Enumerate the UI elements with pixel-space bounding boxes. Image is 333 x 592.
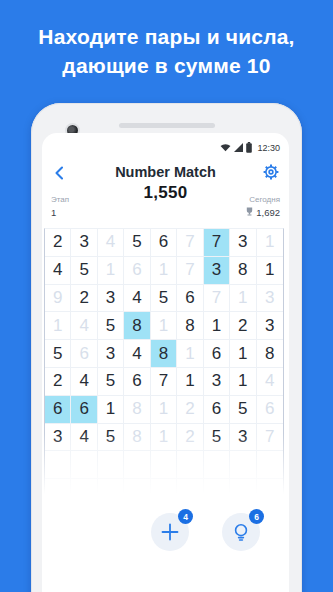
grid-cell[interactable]	[204, 451, 230, 479]
grid-cell[interactable]	[124, 451, 150, 479]
status-time: 12:30	[257, 143, 280, 153]
grid-cell[interactable]: 6	[204, 340, 230, 368]
grid-cell[interactable]: 8	[177, 312, 203, 340]
grid-cell[interactable]: 6	[204, 396, 230, 424]
grid-cell[interactable]: 4	[98, 229, 124, 257]
today-stat: Сегодня 1,692	[245, 195, 280, 218]
grid-cell[interactable]	[151, 479, 177, 507]
promo-title-line1: Находите пары и числа,	[0, 22, 333, 51]
promo-title: Находите пары и числа, дающие в сумме 10	[0, 22, 333, 80]
hint-button[interactable]: 6	[222, 513, 260, 551]
grid-cell[interactable]: 4	[124, 340, 150, 368]
grid-cell[interactable]: 6	[124, 368, 150, 396]
grid-cell[interactable]: 8	[124, 396, 150, 424]
add-numbers-button[interactable]: 4	[151, 513, 189, 551]
grid-cell[interactable]: 5	[230, 396, 256, 424]
grid-cell[interactable]: 3	[204, 368, 230, 396]
grid-cell[interactable]: 1	[230, 340, 256, 368]
grid-cell[interactable]: 2	[45, 368, 71, 396]
grid-cell[interactable]: 7	[204, 285, 230, 313]
grid-cell[interactable]: 1	[257, 229, 283, 257]
grid-cell[interactable]	[257, 479, 283, 507]
stage-label: Этап	[51, 195, 69, 204]
grid-cell[interactable]: 4	[71, 368, 97, 396]
grid-cell[interactable]	[45, 479, 71, 507]
grid-cell[interactable]	[71, 451, 97, 479]
grid-cell[interactable]	[230, 479, 256, 507]
grid-cell[interactable]: 6	[45, 396, 71, 424]
grid-cell[interactable]: 3	[204, 257, 230, 285]
grid-cell[interactable]: 1	[230, 368, 256, 396]
grid-cell[interactable]: 5	[98, 312, 124, 340]
add-button-badge: 4	[178, 509, 193, 524]
grid-cell[interactable]: 3	[98, 285, 124, 313]
lightbulb-icon	[231, 522, 251, 542]
battery-icon	[246, 142, 252, 153]
grid-cell[interactable]: 1	[98, 257, 124, 285]
grid-cell[interactable]: 8	[230, 257, 256, 285]
grid-cell[interactable]	[204, 479, 230, 507]
grid-cell[interactable]: 2	[45, 229, 71, 257]
grid-cell[interactable]: 4	[124, 285, 150, 313]
grid-cell[interactable]: 1	[257, 257, 283, 285]
grid-cell[interactable]: 6	[124, 257, 150, 285]
grid-cell[interactable]: 8	[124, 424, 150, 452]
grid-cell[interactable]: 7	[177, 229, 203, 257]
grid-cell[interactable]: 6	[71, 396, 97, 424]
grid-cell[interactable]	[98, 451, 124, 479]
grid-cell[interactable]: 4	[71, 424, 97, 452]
grid-cell[interactable]	[98, 479, 124, 507]
grid-cell[interactable]: 2	[177, 396, 203, 424]
cell-signal-icon	[234, 143, 243, 152]
grid-cell[interactable]: 5	[71, 257, 97, 285]
grid-cell[interactable]: 6	[257, 396, 283, 424]
grid-cell[interactable]: 1	[204, 312, 230, 340]
grid-cell[interactable]	[230, 451, 256, 479]
grid-cell[interactable]: 8	[151, 340, 177, 368]
today-value: 1,692	[256, 207, 280, 218]
grid-cell[interactable]: 5	[151, 285, 177, 313]
grid-cell[interactable]: 3	[257, 285, 283, 313]
grid-cell[interactable]: 3	[230, 424, 256, 452]
speaker-grille	[119, 123, 215, 128]
grid-cell[interactable]	[71, 479, 97, 507]
grid-cell[interactable]: 1	[151, 312, 177, 340]
status-bar: 12:30	[220, 142, 280, 153]
grid-cell[interactable]: 7	[151, 368, 177, 396]
grid-cell[interactable]: 9	[45, 285, 71, 313]
grid-cell[interactable]: 1	[151, 424, 177, 452]
trophy-icon	[245, 207, 254, 218]
grid-cell[interactable]	[257, 451, 283, 479]
grid-cell[interactable]	[151, 451, 177, 479]
hint-button-badge: 6	[249, 509, 264, 524]
grid-cell[interactable]	[177, 479, 203, 507]
grid-cell[interactable]: 7	[177, 257, 203, 285]
today-label: Сегодня	[245, 195, 280, 204]
grid-cell[interactable]: 3	[71, 229, 97, 257]
grid-cell[interactable]	[124, 479, 150, 507]
grid-cell[interactable]: 2	[71, 285, 97, 313]
grid-cell[interactable]: 6	[151, 229, 177, 257]
grid-cell[interactable]: 3	[45, 424, 71, 452]
grid-cell[interactable]: 3	[257, 312, 283, 340]
app-screenshot: Находите пары и числа, дающие в сумме 10…	[0, 0, 333, 592]
grid-cell[interactable]: 5	[98, 424, 124, 452]
grid-cell[interactable]: 1	[177, 340, 203, 368]
grid-cell[interactable]: 1	[230, 285, 256, 313]
grid-cell[interactable]: 4	[257, 368, 283, 396]
plus-icon	[160, 522, 180, 542]
grid-cell[interactable]: 1	[177, 368, 203, 396]
grid-cell[interactable]	[177, 451, 203, 479]
grid-cell[interactable]: 4	[45, 257, 71, 285]
grid-cell[interactable]: 7	[204, 229, 230, 257]
grid-cell[interactable]: 8	[257, 340, 283, 368]
number-grid: 2345677314516173819234567131458181235634…	[44, 228, 284, 507]
phone-mockup: 12:30 Number Match	[31, 103, 302, 592]
stage-value: 1	[51, 207, 69, 218]
grid-cell[interactable]: 8	[124, 312, 150, 340]
grid-cell[interactable]: 5	[98, 368, 124, 396]
app-title: Number Match	[42, 164, 289, 180]
grid-cell[interactable]: 2	[177, 424, 203, 452]
phone-screen: 12:30 Number Match	[42, 133, 289, 592]
grid-cell[interactable]: 1	[98, 396, 124, 424]
wifi-icon	[220, 143, 231, 152]
grid-cell[interactable]: 7	[257, 424, 283, 452]
settings-button[interactable]	[262, 163, 280, 181]
grid-cell[interactable]: 2	[230, 312, 256, 340]
grid-cell[interactable]: 4	[71, 312, 97, 340]
grid-cell[interactable]: 3	[98, 340, 124, 368]
stage-stat: Этап 1	[51, 195, 69, 218]
grid-cell[interactable]: 1	[45, 312, 71, 340]
grid-cell[interactable]: 5	[204, 424, 230, 452]
grid-cell[interactable]: 6	[177, 285, 203, 313]
grid-cell[interactable]	[45, 451, 71, 479]
promo-title-line2: дающие в сумме 10	[0, 51, 333, 80]
grid-cell[interactable]: 1	[151, 257, 177, 285]
grid-cell[interactable]: 1	[151, 396, 177, 424]
grid-cell[interactable]: 6	[71, 340, 97, 368]
grid-cell[interactable]: 5	[45, 340, 71, 368]
grid-cell[interactable]: 5	[124, 229, 150, 257]
grid-cell[interactable]: 3	[230, 229, 256, 257]
